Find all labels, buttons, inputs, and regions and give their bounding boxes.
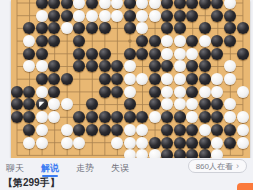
black-stone — [186, 35, 199, 48]
black-stone — [86, 0, 99, 9]
black-stone — [48, 9, 61, 22]
go-board[interactable] — [11, 0, 250, 158]
board-area — [0, 0, 253, 158]
black-stone — [23, 123, 36, 136]
viewers-pill[interactable]: 860人在看 › — [188, 159, 247, 173]
black-stone — [174, 9, 187, 22]
stone-grid — [11, 0, 249, 158]
black-stone — [36, 0, 49, 9]
white-stone — [123, 85, 136, 98]
black-stone — [98, 22, 111, 35]
black-stone — [136, 111, 149, 124]
black-stone — [161, 123, 174, 136]
white-stone — [73, 136, 86, 149]
black-stone — [186, 0, 199, 9]
white-stone — [161, 35, 174, 48]
white-stone — [236, 111, 249, 124]
black-stone — [123, 111, 136, 124]
white-stone — [224, 60, 237, 73]
white-stone — [61, 98, 74, 111]
white-stone — [123, 73, 136, 86]
black-stone — [236, 47, 249, 60]
white-stone — [136, 22, 149, 35]
tab-trend[interactable]: 走势 — [76, 162, 94, 174]
white-stone — [148, 0, 161, 9]
black-stone — [211, 35, 224, 48]
white-stone — [211, 85, 224, 98]
white-stone — [148, 111, 161, 124]
white-stone — [224, 73, 237, 86]
black-stone — [73, 123, 86, 136]
black-stone — [48, 73, 61, 86]
white-stone — [136, 73, 149, 86]
black-stone — [211, 9, 224, 22]
black-stone — [161, 136, 174, 149]
white-stone — [98, 0, 111, 9]
black-stone — [36, 73, 49, 86]
white-stone — [236, 85, 249, 98]
white-stone — [111, 0, 124, 9]
black-stone — [86, 123, 99, 136]
black-stone — [148, 35, 161, 48]
white-stone — [36, 9, 49, 22]
black-stone — [48, 0, 61, 9]
black-stone — [174, 0, 187, 9]
black-stone — [161, 60, 174, 73]
bottom-panel: 聊天 解说 走势 失误 860人在看 › 【第299手】 — [0, 158, 253, 190]
black-stone — [23, 98, 36, 111]
black-stone — [224, 22, 237, 35]
black-stone — [111, 123, 124, 136]
black-stone — [98, 60, 111, 73]
black-stone — [186, 60, 199, 73]
black-stone — [136, 47, 149, 60]
black-stone — [73, 35, 86, 48]
black-stone — [61, 0, 74, 9]
white-stone — [36, 123, 49, 136]
white-stone — [136, 123, 149, 136]
tab-chat[interactable]: 聊天 — [6, 162, 24, 174]
black-stone — [186, 123, 199, 136]
white-stone — [36, 111, 49, 124]
black-stone — [224, 35, 237, 48]
black-stone — [86, 111, 99, 124]
tab-bar: 聊天 解说 走势 失误 — [6, 161, 129, 175]
white-stone — [211, 136, 224, 149]
black-stone — [199, 0, 212, 9]
tab-mistakes[interactable]: 失误 — [111, 162, 129, 174]
white-stone — [123, 136, 136, 149]
white-stone — [23, 136, 36, 149]
white-stone — [36, 136, 49, 149]
white-stone — [174, 98, 187, 111]
black-stone — [161, 9, 174, 22]
black-stone — [174, 123, 187, 136]
tab-commentary[interactable]: 解说 — [41, 162, 59, 174]
black-stone — [23, 111, 36, 124]
chevron-right-icon: › — [236, 162, 239, 170]
black-stone — [174, 111, 187, 124]
white-stone — [86, 9, 99, 22]
white-stone — [161, 73, 174, 86]
white-stone — [161, 85, 174, 98]
black-stone — [211, 0, 224, 9]
white-stone — [174, 85, 187, 98]
go-broadcast-screen: 聊天 解说 走势 失误 860人在看 › 【第299手】 — [0, 0, 253, 190]
black-stone — [98, 85, 111, 98]
white-stone — [148, 9, 161, 22]
white-stone — [186, 111, 199, 124]
white-stone — [111, 136, 124, 149]
black-stone — [186, 149, 199, 158]
black-stone — [211, 111, 224, 124]
black-stone — [86, 47, 99, 60]
black-stone — [73, 22, 86, 35]
black-stone — [211, 98, 224, 111]
black-stone — [224, 136, 237, 149]
black-stone — [148, 73, 161, 86]
viewer-count: 860人在看 — [196, 161, 233, 172]
white-stone — [136, 149, 149, 158]
black-stone — [36, 47, 49, 60]
black-stone — [186, 9, 199, 22]
black-stone — [161, 111, 174, 124]
white-stone — [36, 85, 49, 98]
black-stone — [98, 111, 111, 124]
black-stone — [61, 73, 74, 86]
black-stone — [161, 0, 174, 9]
black-stone — [123, 9, 136, 22]
black-stone — [186, 73, 199, 86]
white-stone — [136, 136, 149, 149]
white-stone — [224, 111, 237, 124]
white-stone — [111, 9, 124, 22]
black-stone — [148, 98, 161, 111]
black-stone — [148, 60, 161, 73]
black-stone — [236, 22, 249, 35]
black-stone — [98, 123, 111, 136]
black-stone — [199, 111, 212, 124]
white-stone — [61, 22, 74, 35]
white-stone — [174, 73, 187, 86]
white-stone — [174, 47, 187, 60]
white-stone — [136, 9, 149, 22]
white-stone — [174, 60, 187, 73]
white-stone — [98, 9, 111, 22]
black-stone — [48, 35, 61, 48]
black-stone — [199, 22, 212, 35]
black-stone — [73, 47, 86, 60]
black-stone — [224, 9, 237, 22]
white-stone — [211, 73, 224, 86]
black-stone — [199, 60, 212, 73]
white-stone — [199, 85, 212, 98]
white-stone — [136, 0, 149, 9]
black-stone — [11, 98, 23, 111]
white-stone — [23, 35, 36, 48]
black-stone — [48, 22, 61, 35]
black-stone — [48, 85, 61, 98]
white-stone — [199, 35, 212, 48]
white-stone — [161, 47, 174, 60]
white-stone — [36, 60, 49, 73]
black-stone — [211, 47, 224, 60]
black-stone — [23, 47, 36, 60]
black-stone — [11, 111, 23, 124]
move-number-label: 【第299手】 — [3, 176, 60, 190]
white-stone — [61, 136, 74, 149]
black-stone — [199, 47, 212, 60]
black-stone — [61, 9, 74, 22]
black-stone — [136, 35, 149, 48]
black-stone — [174, 22, 187, 35]
black-stone — [111, 85, 124, 98]
white-stone — [73, 9, 86, 22]
white-stone — [236, 123, 249, 136]
black-stone — [148, 47, 161, 60]
black-stone — [73, 60, 86, 73]
black-stone — [224, 123, 237, 136]
white-stone — [174, 35, 187, 48]
white-stone — [73, 0, 86, 9]
white-stone — [186, 98, 199, 111]
white-stone — [224, 98, 237, 111]
black-stone — [199, 98, 212, 111]
black-stone — [111, 111, 124, 124]
black-stone — [86, 22, 99, 35]
black-stone — [98, 47, 111, 60]
black-stone — [186, 85, 199, 98]
white-stone — [48, 98, 61, 111]
floating-action-button[interactable] — [237, 183, 253, 190]
white-stone — [224, 0, 237, 9]
black-stone — [199, 136, 212, 149]
black-stone — [86, 98, 99, 111]
white-stone — [48, 111, 61, 124]
black-stone — [23, 85, 36, 98]
black-stone — [36, 35, 49, 48]
black-stone — [111, 60, 124, 73]
last-move-stone — [36, 98, 49, 111]
black-stone — [123, 47, 136, 60]
white-stone — [123, 149, 136, 158]
black-stone — [161, 22, 174, 35]
white-stone — [123, 123, 136, 136]
black-stone — [186, 136, 199, 149]
black-stone — [48, 60, 61, 73]
white-stone — [211, 149, 224, 158]
black-stone — [123, 98, 136, 111]
white-stone — [186, 47, 199, 60]
black-stone — [98, 73, 111, 86]
white-stone — [236, 136, 249, 149]
black-stone — [123, 22, 136, 35]
white-stone — [61, 123, 74, 136]
white-stone — [148, 149, 161, 158]
black-stone — [161, 149, 174, 158]
black-stone — [174, 136, 187, 149]
black-stone — [36, 22, 49, 35]
black-stone — [174, 149, 187, 158]
white-stone — [123, 60, 136, 73]
black-stone — [111, 73, 124, 86]
white-stone — [23, 60, 36, 73]
black-stone — [23, 22, 36, 35]
white-stone — [199, 123, 212, 136]
white-stone — [161, 98, 174, 111]
black-stone — [199, 73, 212, 86]
black-stone — [148, 85, 161, 98]
black-stone — [86, 60, 99, 73]
last-move-triangle-marker — [38, 101, 45, 108]
black-stone — [148, 136, 161, 149]
black-stone — [199, 149, 212, 158]
black-stone — [73, 111, 86, 124]
black-stone — [123, 0, 136, 9]
black-stone — [211, 123, 224, 136]
black-stone — [11, 85, 23, 98]
